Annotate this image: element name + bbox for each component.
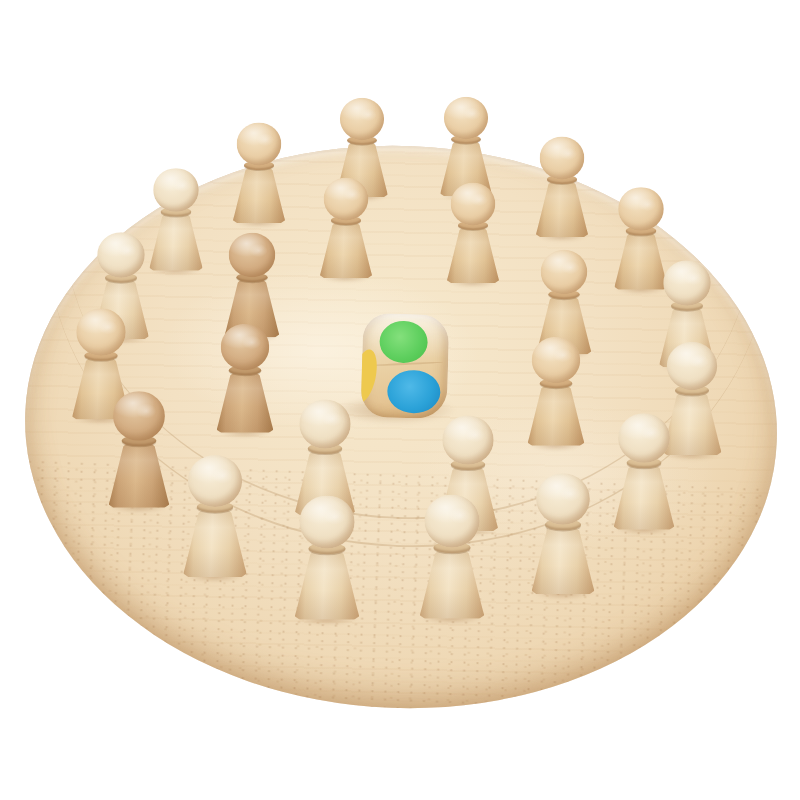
- peg-body: [149, 213, 202, 271]
- peg-body: [320, 221, 372, 278]
- peg-outer-O4[interactable]: [532, 137, 592, 237]
- peg-outer-O11[interactable]: [104, 391, 173, 508]
- peg-head: [618, 413, 670, 463]
- peg-inner-I1[interactable]: [316, 178, 376, 278]
- peg-body: [532, 526, 595, 594]
- peg-outer-O12[interactable]: [609, 413, 678, 530]
- die-side-dot-yellow: [361, 347, 381, 404]
- peg-body: [528, 384, 585, 446]
- peg-body: [420, 549, 484, 619]
- peg-body: [536, 180, 588, 237]
- peg-inner-I2[interactable]: [443, 183, 503, 283]
- memory-chess-photo: [0, 0, 800, 800]
- peg-head: [424, 495, 479, 548]
- die-front-dot-blue: [387, 370, 441, 414]
- peg-outer-O13[interactable]: [179, 455, 251, 577]
- peg-body: [295, 550, 359, 620]
- peg-head: [324, 178, 369, 221]
- peg-head: [153, 168, 199, 212]
- peg-head: [536, 473, 590, 525]
- peg-body: [447, 226, 499, 283]
- peg-inner-I5[interactable]: [213, 324, 278, 433]
- peg-head: [188, 455, 242, 507]
- peg-outer-O16[interactable]: [415, 495, 489, 619]
- peg-head: [442, 415, 493, 464]
- peg-body: [233, 166, 285, 223]
- peg-inner-I6[interactable]: [524, 337, 589, 446]
- peg-body: [217, 371, 274, 433]
- peg-head: [541, 250, 588, 295]
- peg-head: [229, 233, 276, 278]
- peg-outer-O15[interactable]: [290, 496, 364, 620]
- peg-head: [444, 97, 488, 139]
- peg-head: [299, 496, 354, 549]
- peg-inner-I3[interactable]: [221, 233, 283, 338]
- peg-body: [109, 442, 169, 508]
- peg-outer-O5[interactable]: [146, 168, 207, 271]
- die-top-dot-green: [379, 320, 428, 363]
- peg-head: [237, 123, 282, 166]
- peg-head: [451, 183, 496, 226]
- peg-head: [113, 391, 165, 441]
- peg-head: [97, 232, 145, 278]
- peg-head: [221, 324, 269, 370]
- peg-head: [532, 337, 580, 383]
- peg-outer-O14[interactable]: [527, 473, 599, 594]
- color-die[interactable]: [361, 313, 450, 419]
- peg-head: [663, 260, 711, 306]
- peg-head: [540, 137, 585, 180]
- peg-body: [614, 464, 674, 530]
- peg-head: [340, 98, 384, 140]
- peg-head: [667, 342, 717, 390]
- peg-body: [183, 508, 246, 577]
- peg-outer-O2[interactable]: [437, 97, 496, 196]
- peg-outer-O3[interactable]: [229, 123, 289, 223]
- peg-head: [618, 187, 664, 231]
- peg-head: [76, 308, 125, 355]
